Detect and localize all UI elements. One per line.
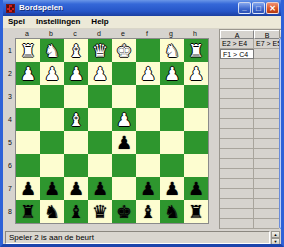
titlebar[interactable]: Bordspelen _ □ ✕ bbox=[3, 0, 281, 16]
move-cell-12-B[interactable] bbox=[254, 149, 279, 159]
square-b3[interactable] bbox=[40, 85, 64, 108]
move-cell-19-B[interactable] bbox=[254, 219, 279, 229]
black-n-piece[interactable]: ♞ bbox=[44, 200, 60, 223]
file-label-c: c bbox=[63, 29, 87, 38]
rank-label-1: 1 bbox=[4, 39, 16, 62]
move-cell-11-A[interactable] bbox=[220, 139, 254, 149]
square-e2[interactable] bbox=[112, 62, 136, 85]
square-f2[interactable]: ♟ bbox=[136, 62, 160, 85]
move-row-13 bbox=[220, 159, 279, 169]
move-cell-17-B[interactable] bbox=[254, 199, 279, 209]
square-g1[interactable]: ♞ bbox=[160, 39, 184, 62]
close-icon: ✕ bbox=[269, 4, 276, 13]
maximize-button[interactable]: □ bbox=[252, 2, 265, 14]
square-f1[interactable] bbox=[136, 39, 160, 62]
white-q-piece[interactable]: ♛ bbox=[92, 39, 108, 62]
move-row-15 bbox=[220, 179, 279, 189]
file-label-h: h bbox=[183, 29, 207, 38]
client-area: abcdefgh 12345678 ♜♞♝♛♚♞♜♟♟♟♟♟♟♟♝♟♟♟♟♟♟♟… bbox=[3, 29, 281, 229]
square-d2[interactable]: ♟ bbox=[88, 62, 112, 85]
minimize-icon: _ bbox=[239, 3, 250, 12]
file-label-f: f bbox=[135, 29, 159, 38]
move-row-19 bbox=[220, 219, 279, 229]
square-b8[interactable]: ♞ bbox=[40, 200, 64, 223]
square-e8[interactable]: ♚ bbox=[112, 200, 136, 223]
move-cell-14-A[interactable] bbox=[220, 169, 254, 179]
black-p-piece[interactable]: ♟ bbox=[116, 131, 132, 154]
black-p-piece[interactable]: ♟ bbox=[92, 177, 108, 200]
black-b-piece[interactable]: ♝ bbox=[68, 200, 84, 223]
board-row-rank-2: ♟♟♟♟♟♟♟ bbox=[16, 62, 208, 85]
move-row-11 bbox=[220, 139, 279, 149]
square-e3[interactable] bbox=[112, 85, 136, 108]
move-cell-13-B[interactable] bbox=[254, 159, 279, 169]
move-cell-14-B[interactable] bbox=[254, 169, 279, 179]
square-b6[interactable] bbox=[40, 154, 64, 177]
square-b1[interactable]: ♞ bbox=[40, 39, 64, 62]
file-label-e: e bbox=[111, 29, 135, 38]
move-cell-12-A[interactable] bbox=[220, 149, 254, 159]
move-cell-4-A[interactable] bbox=[220, 69, 254, 79]
maximize-icon: □ bbox=[256, 4, 261, 13]
file-label-g: g bbox=[159, 29, 183, 38]
board-row-rank-1: ♜♞♝♛♚♞♜ bbox=[16, 39, 208, 62]
square-a4[interactable] bbox=[16, 108, 40, 131]
menubar: Spel Instellingen Help bbox=[3, 16, 281, 29]
black-p-piece[interactable]: ♟ bbox=[164, 177, 180, 200]
square-c3[interactable] bbox=[64, 85, 88, 108]
menu-item-instellingen[interactable]: Instellingen bbox=[36, 16, 80, 28]
square-c7[interactable]: ♟ bbox=[64, 177, 88, 200]
move-cell-2-A[interactable]: F1 > C4 bbox=[220, 49, 254, 59]
square-e5[interactable]: ♟ bbox=[112, 131, 136, 154]
square-c1[interactable]: ♝ bbox=[64, 39, 88, 62]
move-cell-6-A[interactable] bbox=[220, 89, 254, 99]
square-d1[interactable]: ♛ bbox=[88, 39, 112, 62]
white-b-piece[interactable]: ♝ bbox=[68, 108, 84, 131]
move-row-7 bbox=[220, 99, 279, 109]
board-row-rank-4: ♝♟ bbox=[16, 108, 208, 131]
square-d7[interactable]: ♟ bbox=[88, 177, 112, 200]
move-list-scrollbar[interactable]: ▲ bbox=[279, 29, 284, 229]
black-p-piece[interactable]: ♟ bbox=[68, 177, 84, 200]
move-list-panel: A B E2 > E4E7 > E5F1 > C4 bbox=[219, 29, 279, 229]
menu-item-help[interactable]: Help bbox=[91, 16, 108, 28]
white-p-piece[interactable]: ♟ bbox=[188, 62, 204, 85]
move-cell-17-A[interactable] bbox=[220, 199, 254, 209]
black-b-piece[interactable]: ♝ bbox=[140, 200, 156, 223]
move-cell-9-B[interactable] bbox=[254, 119, 279, 129]
rank-label-7: 7 bbox=[4, 177, 16, 200]
move-row-1: E2 > E4E7 > E5 bbox=[220, 39, 279, 49]
square-a3[interactable] bbox=[16, 85, 40, 108]
move-cell-15-B[interactable] bbox=[254, 179, 279, 189]
rank-label-5: 5 bbox=[4, 131, 16, 154]
move-row-3 bbox=[220, 59, 279, 69]
square-g4[interactable] bbox=[160, 108, 184, 131]
move-row-9 bbox=[220, 119, 279, 129]
move-cell-19-A[interactable] bbox=[220, 219, 254, 229]
square-d4[interactable] bbox=[88, 108, 112, 131]
square-g7[interactable]: ♟ bbox=[160, 177, 184, 200]
move-cell-11-B[interactable] bbox=[254, 139, 279, 149]
move-row-2: F1 > C4 bbox=[220, 49, 279, 59]
move-cell-15-A[interactable] bbox=[220, 179, 254, 189]
move-cell-3-A[interactable] bbox=[220, 59, 254, 69]
square-h4[interactable] bbox=[184, 108, 208, 131]
square-e6[interactable] bbox=[112, 154, 136, 177]
square-c8[interactable]: ♝ bbox=[64, 200, 88, 223]
square-a5[interactable] bbox=[16, 131, 40, 154]
move-cell-18-B[interactable] bbox=[254, 209, 279, 219]
move-cell-10-A[interactable] bbox=[220, 129, 254, 139]
ranks-column: 12345678 bbox=[4, 39, 16, 223]
board-row-rank-5: ♟ bbox=[16, 131, 208, 154]
board-row-rank-7: ♟♟♟♟♟♟♟ bbox=[16, 177, 208, 200]
rank-label-4: 4 bbox=[4, 108, 16, 131]
square-e1[interactable]: ♚ bbox=[112, 39, 136, 62]
move-cell-5-B[interactable] bbox=[254, 79, 279, 89]
square-a6[interactable] bbox=[16, 154, 40, 177]
board-row-rank-8: ♜♞♝♛♚♝♞♜ bbox=[16, 200, 208, 223]
move-cell-5-A[interactable] bbox=[220, 79, 254, 89]
file-label-b: b bbox=[39, 29, 63, 38]
square-f4[interactable] bbox=[136, 108, 160, 131]
square-a7[interactable]: ♟ bbox=[16, 177, 40, 200]
files-row: abcdefgh bbox=[3, 29, 213, 38]
white-n-piece[interactable]: ♞ bbox=[44, 39, 60, 62]
square-d8[interactable]: ♛ bbox=[88, 200, 112, 223]
square-d6[interactable] bbox=[88, 154, 112, 177]
app-window: Bordspelen _ □ ✕ Spel Instellingen Help … bbox=[0, 0, 284, 247]
white-r-piece[interactable]: ♜ bbox=[188, 39, 204, 62]
black-p-piece[interactable]: ♟ bbox=[188, 177, 204, 200]
black-n-piece[interactable]: ♞ bbox=[164, 200, 180, 223]
move-cell-6-B[interactable] bbox=[254, 89, 279, 99]
square-a1[interactable]: ♜ bbox=[16, 39, 40, 62]
statusbar: Speler 2 is aan de beurt ▲ ▼ bbox=[3, 229, 281, 245]
white-k-piece[interactable]: ♚ bbox=[116, 39, 132, 62]
square-g6[interactable] bbox=[160, 154, 184, 177]
board-row-rank-3 bbox=[16, 85, 208, 108]
move-cell-18-A[interactable] bbox=[220, 209, 254, 219]
white-n-piece[interactable]: ♞ bbox=[164, 39, 180, 62]
move-cell-2-B[interactable] bbox=[254, 49, 279, 59]
rank-label-8: 8 bbox=[4, 200, 16, 223]
black-r-piece[interactable]: ♜ bbox=[188, 200, 204, 223]
white-p-piece[interactable]: ♟ bbox=[92, 62, 108, 85]
square-f5[interactable] bbox=[136, 131, 160, 154]
square-f3[interactable] bbox=[136, 85, 160, 108]
square-b4[interactable] bbox=[40, 108, 64, 131]
square-c4[interactable]: ♝ bbox=[64, 108, 88, 131]
black-p-piece[interactable]: ♟ bbox=[140, 177, 156, 200]
menu-item-spel[interactable]: Spel bbox=[8, 16, 25, 28]
move-cell-8-A[interactable] bbox=[220, 109, 254, 119]
move-cell-7-B[interactable] bbox=[254, 99, 279, 109]
move-row-4 bbox=[220, 69, 279, 79]
move-row-10 bbox=[220, 129, 279, 139]
square-b7[interactable]: ♟ bbox=[40, 177, 64, 200]
square-g2[interactable]: ♟ bbox=[160, 62, 184, 85]
move-row-8 bbox=[220, 109, 279, 119]
square-g5[interactable] bbox=[160, 131, 184, 154]
scroll-thumb[interactable] bbox=[279, 38, 284, 229]
square-d5[interactable] bbox=[88, 131, 112, 154]
window-title: Bordspelen bbox=[19, 0, 237, 16]
square-e4[interactable]: ♟ bbox=[112, 108, 136, 131]
app-icon bbox=[6, 4, 15, 13]
square-g8[interactable]: ♞ bbox=[160, 200, 184, 223]
rank-label-2: 2 bbox=[4, 62, 16, 85]
square-g3[interactable] bbox=[160, 85, 184, 108]
black-q-piece[interactable]: ♛ bbox=[92, 200, 108, 223]
close-button[interactable]: ✕ bbox=[266, 2, 279, 14]
move-cell-13-A[interactable] bbox=[220, 159, 254, 169]
white-p-piece[interactable]: ♟ bbox=[44, 62, 60, 85]
move-row-5 bbox=[220, 79, 279, 89]
square-c2[interactable]: ♟ bbox=[64, 62, 88, 85]
square-c5[interactable] bbox=[64, 131, 88, 154]
square-h2[interactable]: ♟ bbox=[184, 62, 208, 85]
square-h7[interactable]: ♟ bbox=[184, 177, 208, 200]
square-b5[interactable] bbox=[40, 131, 64, 154]
move-cell-1-B[interactable]: E7 > E5 bbox=[254, 39, 279, 49]
square-b2[interactable]: ♟ bbox=[40, 62, 64, 85]
move-cell-8-B[interactable] bbox=[254, 109, 279, 119]
square-h6[interactable] bbox=[184, 154, 208, 177]
move-cell-4-B[interactable] bbox=[254, 69, 279, 79]
square-e7[interactable] bbox=[112, 177, 136, 200]
column-header-b[interactable]: B bbox=[254, 30, 279, 39]
black-p-piece[interactable]: ♟ bbox=[44, 177, 60, 200]
file-label-d: d bbox=[87, 29, 111, 38]
move-row-14 bbox=[220, 169, 279, 179]
square-h1[interactable]: ♜ bbox=[184, 39, 208, 62]
white-r-piece[interactable]: ♜ bbox=[20, 39, 36, 62]
white-b-piece[interactable]: ♝ bbox=[68, 39, 84, 62]
move-row-18 bbox=[220, 209, 279, 219]
square-f6[interactable] bbox=[136, 154, 160, 177]
black-r-piece[interactable]: ♜ bbox=[20, 200, 36, 223]
white-p-piece[interactable]: ♟ bbox=[116, 108, 132, 131]
move-row-17 bbox=[220, 199, 279, 209]
white-p-piece[interactable]: ♟ bbox=[68, 62, 84, 85]
chess-board: 12345678 ♜♞♝♛♚♞♜♟♟♟♟♟♟♟♝♟♟♟♟♟♟♟♟♟♜♞♝♛♚♝♞… bbox=[15, 38, 209, 224]
spin-up-button[interactable]: ▲ bbox=[271, 231, 280, 238]
status-spinner: ▲ ▼ bbox=[271, 231, 280, 245]
move-cell-9-A[interactable] bbox=[220, 119, 254, 129]
column-header-a[interactable]: A bbox=[220, 30, 254, 39]
rank-label-3: 3 bbox=[4, 85, 16, 108]
square-h8[interactable]: ♜ bbox=[184, 200, 208, 223]
move-list-rows: E2 > E4E7 > E5F1 > C4 bbox=[220, 39, 279, 229]
move-list-header-row: A B bbox=[220, 30, 279, 39]
scroll-up-button[interactable]: ▲ bbox=[279, 29, 284, 38]
square-f7[interactable]: ♟ bbox=[136, 177, 160, 200]
minimize-button[interactable]: _ bbox=[238, 2, 251, 14]
black-k-piece[interactable]: ♚ bbox=[116, 200, 132, 223]
white-p-piece[interactable]: ♟ bbox=[140, 62, 156, 85]
status-text: Speler 2 is aan de beurt bbox=[5, 231, 270, 244]
file-label-a: a bbox=[15, 29, 39, 38]
black-p-piece[interactable]: ♟ bbox=[20, 177, 36, 200]
square-f8[interactable]: ♝ bbox=[136, 200, 160, 223]
board-area: abcdefgh 12345678 ♜♞♝♛♚♞♜♟♟♟♟♟♟♟♝♟♟♟♟♟♟♟… bbox=[3, 29, 213, 229]
move-cell-1-A[interactable]: E2 > E4 bbox=[220, 39, 254, 49]
move-cell-3-B[interactable] bbox=[254, 59, 279, 69]
white-p-piece[interactable]: ♟ bbox=[164, 62, 180, 85]
square-d3[interactable] bbox=[88, 85, 112, 108]
square-a8[interactable]: ♜ bbox=[16, 200, 40, 223]
square-h5[interactable] bbox=[184, 131, 208, 154]
square-c6[interactable] bbox=[64, 154, 88, 177]
move-cell-16-B[interactable] bbox=[254, 189, 279, 199]
white-p-piece[interactable]: ♟ bbox=[20, 62, 36, 85]
board-row-rank-6 bbox=[16, 154, 208, 177]
move-cell-10-B[interactable] bbox=[254, 129, 279, 139]
move-row-6 bbox=[220, 89, 279, 99]
move-cell-7-A[interactable] bbox=[220, 99, 254, 109]
square-h3[interactable] bbox=[184, 85, 208, 108]
move-row-16 bbox=[220, 189, 279, 199]
spin-down-button[interactable]: ▼ bbox=[271, 238, 280, 245]
move-row-12 bbox=[220, 149, 279, 159]
rank-label-6: 6 bbox=[4, 154, 16, 177]
square-a2[interactable]: ♟ bbox=[16, 62, 40, 85]
move-cell-16-A[interactable] bbox=[220, 189, 254, 199]
